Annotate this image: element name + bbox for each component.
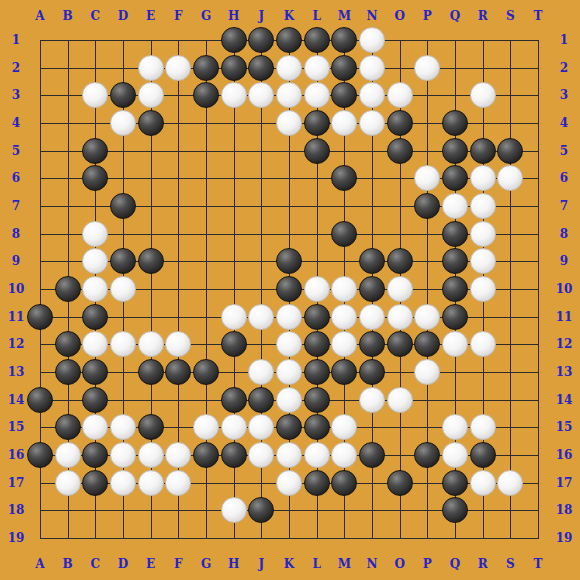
white-stone[interactable] — [359, 304, 385, 330]
row-label-left: 13 — [8, 366, 25, 378]
column-label-top: S — [506, 10, 515, 22]
black-stone[interactable] — [55, 276, 81, 302]
white-stone[interactable] — [82, 276, 108, 302]
white-stone[interactable] — [276, 110, 302, 136]
white-stone[interactable] — [276, 331, 302, 357]
white-stone[interactable] — [470, 331, 496, 357]
white-stone[interactable] — [331, 110, 357, 136]
black-stone[interactable] — [193, 442, 219, 468]
row-label-left: 14 — [8, 394, 25, 406]
white-stone[interactable] — [165, 55, 191, 81]
black-stone[interactable] — [304, 470, 330, 496]
white-stone[interactable] — [248, 442, 274, 468]
grid-line-vertical — [510, 40, 511, 539]
row-label-right: 8 — [560, 228, 568, 240]
column-label-top: T — [534, 10, 543, 22]
row-label-left: 12 — [8, 338, 25, 350]
white-stone[interactable] — [276, 470, 302, 496]
black-stone[interactable] — [331, 82, 357, 108]
row-label-left: 1 — [12, 34, 20, 46]
black-stone[interactable] — [193, 82, 219, 108]
column-label-top: K — [284, 10, 294, 22]
row-label-left: 18 — [8, 504, 25, 516]
black-stone[interactable] — [221, 387, 247, 413]
row-label-left: 6 — [12, 172, 20, 184]
column-label-bottom: P — [423, 558, 432, 570]
column-label-top: M — [338, 10, 351, 22]
white-stone[interactable] — [248, 359, 274, 385]
black-stone[interactable] — [276, 276, 302, 302]
white-stone[interactable] — [331, 331, 357, 357]
black-stone[interactable] — [442, 470, 468, 496]
white-stone[interactable] — [304, 55, 330, 81]
white-stone[interactable] — [221, 82, 247, 108]
column-label-bottom: A — [35, 558, 44, 570]
black-stone[interactable] — [359, 442, 385, 468]
row-label-left: 3 — [12, 89, 20, 101]
black-stone[interactable] — [110, 82, 136, 108]
white-stone[interactable] — [387, 82, 413, 108]
black-stone[interactable] — [304, 110, 330, 136]
black-stone[interactable] — [110, 193, 136, 219]
row-label-left: 7 — [12, 200, 20, 212]
row-label-right: 2 — [560, 62, 568, 74]
white-stone[interactable] — [276, 359, 302, 385]
white-stone[interactable] — [82, 248, 108, 274]
black-stone[interactable] — [442, 138, 468, 164]
row-label-left: 16 — [8, 449, 25, 461]
column-label-bottom: H — [228, 558, 239, 570]
white-stone[interactable] — [470, 193, 496, 219]
column-label-bottom: S — [506, 558, 515, 570]
white-stone[interactable] — [110, 331, 136, 357]
black-stone[interactable] — [387, 138, 413, 164]
white-stone[interactable] — [276, 387, 302, 413]
column-label-top: P — [423, 10, 432, 22]
black-stone[interactable] — [165, 359, 191, 385]
white-stone[interactable] — [82, 331, 108, 357]
black-stone[interactable] — [359, 331, 385, 357]
white-stone[interactable] — [248, 304, 274, 330]
white-stone[interactable] — [359, 110, 385, 136]
white-stone[interactable] — [138, 331, 164, 357]
white-stone[interactable] — [331, 442, 357, 468]
black-stone[interactable] — [27, 304, 53, 330]
black-stone[interactable] — [304, 138, 330, 164]
row-label-left: 11 — [8, 311, 25, 323]
black-stone[interactable] — [193, 55, 219, 81]
black-stone[interactable] — [138, 248, 164, 274]
column-label-bottom: J — [258, 558, 264, 570]
row-label-right: 3 — [560, 89, 568, 101]
white-stone[interactable] — [414, 359, 440, 385]
black-stone[interactable] — [248, 497, 274, 523]
black-stone[interactable] — [248, 27, 274, 53]
black-stone[interactable] — [82, 165, 108, 191]
black-stone[interactable] — [442, 165, 468, 191]
black-stone[interactable] — [442, 221, 468, 247]
row-label-left: 9 — [12, 255, 20, 267]
black-stone[interactable] — [27, 387, 53, 413]
black-stone[interactable] — [304, 27, 330, 53]
column-label-top: C — [91, 10, 101, 22]
white-stone[interactable] — [331, 304, 357, 330]
black-stone[interactable] — [276, 27, 302, 53]
column-label-top: D — [118, 10, 128, 22]
column-label-top: G — [201, 10, 211, 22]
black-stone[interactable] — [304, 359, 330, 385]
black-stone[interactable] — [304, 387, 330, 413]
black-stone[interactable] — [387, 248, 413, 274]
go-board[interactable]: AABBCCDDEEFFGGHHJJKKLLMMNNOOPPQQRRSSTT11… — [0, 0, 580, 580]
white-stone[interactable] — [470, 276, 496, 302]
black-stone[interactable] — [359, 248, 385, 274]
white-stone[interactable] — [55, 442, 81, 468]
column-label-bottom: Q — [450, 558, 460, 570]
black-stone[interactable] — [276, 414, 302, 440]
row-label-right: 17 — [556, 477, 573, 489]
black-stone[interactable] — [359, 276, 385, 302]
column-label-bottom: T — [534, 558, 543, 570]
column-label-top: A — [35, 10, 44, 22]
white-stone[interactable] — [470, 470, 496, 496]
black-stone[interactable] — [221, 442, 247, 468]
row-label-right: 19 — [556, 532, 573, 544]
white-stone[interactable] — [470, 165, 496, 191]
white-stone[interactable] — [138, 55, 164, 81]
white-stone[interactable] — [497, 165, 523, 191]
black-stone[interactable] — [304, 304, 330, 330]
row-label-left: 5 — [12, 145, 20, 157]
white-stone[interactable] — [359, 82, 385, 108]
white-stone[interactable] — [387, 276, 413, 302]
column-label-bottom: M — [338, 558, 351, 570]
white-stone[interactable] — [359, 387, 385, 413]
white-stone[interactable] — [470, 221, 496, 247]
white-stone[interactable] — [414, 55, 440, 81]
black-stone[interactable] — [442, 304, 468, 330]
white-stone[interactable] — [110, 276, 136, 302]
column-label-top: E — [146, 10, 155, 22]
white-stone[interactable] — [276, 304, 302, 330]
column-label-bottom: O — [394, 558, 404, 570]
white-stone[interactable] — [304, 442, 330, 468]
column-label-bottom: R — [478, 558, 488, 570]
white-stone[interactable] — [470, 414, 496, 440]
black-stone[interactable] — [497, 138, 523, 164]
black-stone[interactable] — [387, 110, 413, 136]
black-stone[interactable] — [387, 470, 413, 496]
black-stone[interactable] — [138, 359, 164, 385]
black-stone[interactable] — [193, 359, 219, 385]
black-stone[interactable] — [470, 442, 496, 468]
row-label-right: 13 — [556, 366, 573, 378]
column-label-bottom: F — [174, 558, 183, 570]
white-stone[interactable] — [276, 442, 302, 468]
black-stone[interactable] — [248, 387, 274, 413]
white-stone[interactable] — [304, 276, 330, 302]
black-stone[interactable] — [442, 248, 468, 274]
white-stone[interactable] — [138, 442, 164, 468]
white-stone[interactable] — [442, 442, 468, 468]
column-label-top: H — [228, 10, 239, 22]
black-stone[interactable] — [331, 55, 357, 81]
white-stone[interactable] — [470, 82, 496, 108]
row-label-left: 19 — [8, 532, 25, 544]
row-label-left: 4 — [12, 117, 20, 129]
column-label-bottom: E — [146, 558, 155, 570]
row-label-right: 16 — [556, 449, 573, 461]
black-stone[interactable] — [138, 414, 164, 440]
row-label-right: 4 — [560, 117, 568, 129]
white-stone[interactable] — [276, 82, 302, 108]
white-stone[interactable] — [442, 193, 468, 219]
black-stone[interactable] — [331, 470, 357, 496]
black-stone[interactable] — [82, 359, 108, 385]
white-stone[interactable] — [248, 82, 274, 108]
white-stone[interactable] — [110, 110, 136, 136]
column-label-bottom: C — [91, 558, 101, 570]
white-stone[interactable] — [165, 442, 191, 468]
row-label-right: 1 — [560, 34, 568, 46]
white-stone[interactable] — [221, 497, 247, 523]
row-label-right: 5 — [560, 145, 568, 157]
column-label-top: Q — [450, 10, 460, 22]
white-stone[interactable] — [387, 387, 413, 413]
black-stone[interactable] — [82, 442, 108, 468]
white-stone[interactable] — [248, 414, 274, 440]
white-stone[interactable] — [276, 55, 302, 81]
black-stone[interactable] — [55, 359, 81, 385]
white-stone[interactable] — [387, 304, 413, 330]
row-label-left: 15 — [8, 421, 25, 433]
column-label-top: O — [394, 10, 404, 22]
column-label-bottom: B — [63, 558, 73, 570]
black-stone[interactable] — [359, 359, 385, 385]
grid-line-vertical — [538, 40, 539, 539]
black-stone[interactable] — [331, 221, 357, 247]
row-label-right: 7 — [560, 200, 568, 212]
black-stone[interactable] — [442, 276, 468, 302]
white-stone[interactable] — [110, 442, 136, 468]
column-label-bottom: N — [367, 558, 378, 570]
black-stone[interactable] — [221, 331, 247, 357]
white-stone[interactable] — [138, 470, 164, 496]
row-label-left: 8 — [12, 228, 20, 240]
black-stone[interactable] — [304, 414, 330, 440]
row-label-left: 2 — [12, 62, 20, 74]
white-stone[interactable] — [442, 414, 468, 440]
column-label-top: F — [174, 10, 183, 22]
black-stone[interactable] — [110, 248, 136, 274]
black-stone[interactable] — [55, 331, 81, 357]
black-stone[interactable] — [304, 331, 330, 357]
row-label-right: 10 — [556, 283, 573, 295]
white-stone[interactable] — [221, 414, 247, 440]
column-label-top: N — [367, 10, 378, 22]
column-label-bottom: D — [118, 558, 128, 570]
white-stone[interactable] — [82, 82, 108, 108]
white-stone[interactable] — [359, 27, 385, 53]
column-label-top: L — [312, 10, 320, 22]
white-stone[interactable] — [165, 470, 191, 496]
white-stone[interactable] — [138, 82, 164, 108]
row-label-right: 14 — [556, 394, 573, 406]
column-label-bottom: L — [312, 558, 320, 570]
black-stone[interactable] — [221, 27, 247, 53]
black-stone[interactable] — [82, 138, 108, 164]
row-label-right: 9 — [560, 255, 568, 267]
black-stone[interactable] — [55, 414, 81, 440]
black-stone[interactable] — [82, 387, 108, 413]
row-label-right: 11 — [556, 311, 573, 323]
row-label-left: 10 — [8, 283, 25, 295]
white-stone[interactable] — [442, 331, 468, 357]
white-stone[interactable] — [110, 414, 136, 440]
black-stone[interactable] — [470, 138, 496, 164]
row-label-right: 15 — [556, 421, 573, 433]
row-label-right: 18 — [556, 504, 573, 516]
black-stone[interactable] — [387, 331, 413, 357]
black-stone[interactable] — [414, 193, 440, 219]
black-stone[interactable] — [221, 55, 247, 81]
black-stone[interactable] — [27, 442, 53, 468]
white-stone[interactable] — [165, 331, 191, 357]
black-stone[interactable] — [442, 497, 468, 523]
column-label-top: J — [258, 10, 264, 22]
white-stone[interactable] — [110, 470, 136, 496]
white-stone[interactable] — [414, 165, 440, 191]
white-stone[interactable] — [82, 414, 108, 440]
black-stone[interactable] — [414, 331, 440, 357]
white-stone[interactable] — [221, 304, 247, 330]
white-stone[interactable] — [193, 414, 219, 440]
grid-line-horizontal — [40, 538, 539, 539]
black-stone[interactable] — [82, 470, 108, 496]
white-stone[interactable] — [331, 276, 357, 302]
row-label-right: 12 — [556, 338, 573, 350]
column-label-bottom: G — [201, 558, 211, 570]
white-stone[interactable] — [304, 82, 330, 108]
column-label-top: R — [478, 10, 488, 22]
white-stone[interactable] — [359, 55, 385, 81]
white-stone[interactable] — [82, 221, 108, 247]
black-stone[interactable] — [414, 442, 440, 468]
black-stone[interactable] — [331, 359, 357, 385]
white-stone[interactable] — [470, 248, 496, 274]
row-label-right: 6 — [560, 172, 568, 184]
white-stone[interactable] — [331, 414, 357, 440]
black-stone[interactable] — [248, 55, 274, 81]
black-stone[interactable] — [82, 304, 108, 330]
white-stone[interactable] — [497, 470, 523, 496]
black-stone[interactable] — [138, 110, 164, 136]
row-label-left: 17 — [8, 477, 25, 489]
black-stone[interactable] — [442, 110, 468, 136]
column-label-top: B — [63, 10, 73, 22]
black-stone[interactable] — [331, 165, 357, 191]
white-stone[interactable] — [55, 470, 81, 496]
column-label-bottom: K — [284, 558, 294, 570]
black-stone[interactable] — [276, 248, 302, 274]
white-stone[interactable] — [414, 304, 440, 330]
black-stone[interactable] — [331, 27, 357, 53]
